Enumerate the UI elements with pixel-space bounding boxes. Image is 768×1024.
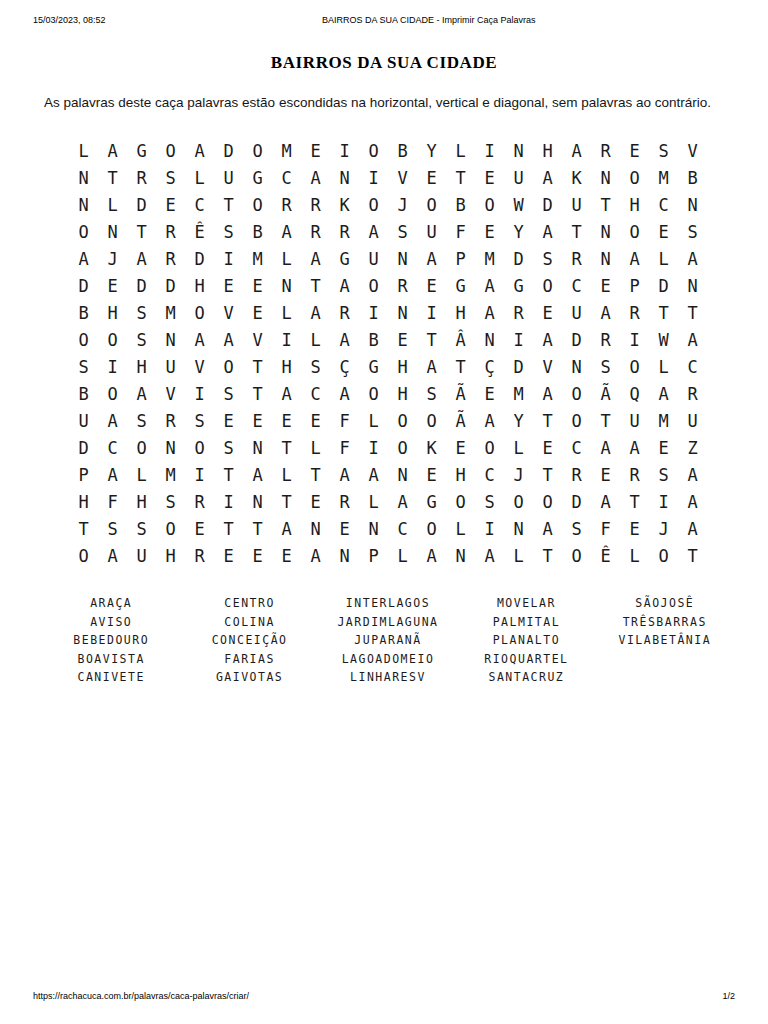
grid-cell: A [649,380,678,407]
grid-cell: O [475,192,504,219]
grid-cell: R [562,246,591,273]
grid-cell: R [562,461,591,488]
grid-cell: O [388,434,417,461]
grid-cell: O [388,407,417,434]
grid-cell: N [243,488,272,515]
grid-cell: F [98,488,127,515]
grid-cell: T [417,327,446,354]
grid-cell: S [156,488,185,515]
grid-cell: D [69,273,98,300]
grid-cell: B [243,219,272,246]
grid-cell: S [649,138,678,165]
grid-cell: O [214,354,243,381]
grid-cell: V [533,354,562,381]
grid-cell: L [127,461,156,488]
grid-cell: C [475,461,504,488]
grid-cell: A [591,300,620,327]
grid-cell: N [388,461,417,488]
grid-cell: L [359,407,388,434]
word-list-column: CENTROCOLINACONCEIÇÃOFARIASGAIVOTAS [180,594,318,687]
grid-cell: E [272,542,301,569]
grid-cell: A [417,542,446,569]
grid-cell: T [446,354,475,381]
letter-grid: LAGOADOMEIOBYLINHARESVNTRSLUGCANIVETEUAK… [69,138,707,569]
grid-cell: Ã [446,380,475,407]
grid-cell: H [446,300,475,327]
grid-cell: T [214,461,243,488]
grid-cell: S [388,219,417,246]
grid-cell: D [533,192,562,219]
grid-cell: E [417,165,446,192]
grid-cell: U [359,246,388,273]
grid-cell: N [446,542,475,569]
word-list-item: COLINA [224,613,275,632]
grid-cell: L [301,434,330,461]
grid-cell: I [98,354,127,381]
grid-cell: J [504,461,533,488]
grid-cell: V [156,380,185,407]
grid-cell: A [475,542,504,569]
grid-cell: A [475,273,504,300]
grid-cell: E [417,273,446,300]
grid-cell: T [678,300,707,327]
grid-cell: A [533,380,562,407]
grid-cell: R [620,461,649,488]
grid-cell: D [504,246,533,273]
grid-cell: E [417,461,446,488]
grid-cell: I [359,300,388,327]
grid-cell: N [69,192,98,219]
grid-cell: T [649,300,678,327]
grid-cell: E [185,515,214,542]
grid-cell: I [475,515,504,542]
grid-cell: L [272,300,301,327]
word-list-item: JARDIMLAGUNA [337,613,438,632]
grid-cell: N [156,434,185,461]
grid-cell: R [678,380,707,407]
grid-cell: H [69,488,98,515]
grid-cell: A [533,219,562,246]
grid-cell: P [620,273,649,300]
grid-cell: E [446,434,475,461]
grid-cell: E [591,273,620,300]
grid-cell: S [156,165,185,192]
grid-cell: L [359,488,388,515]
grid-cell: C [562,434,591,461]
grid-cell: I [185,461,214,488]
grid-cell: N [156,327,185,354]
grid-cell: A [301,165,330,192]
grid-cell: L [446,138,475,165]
grid-cell: U [214,165,243,192]
grid-cell: T [243,515,272,542]
grid-cell: S [127,407,156,434]
grid-cell: Y [504,407,533,434]
grid-cell: L [388,542,417,569]
grid-cell: U [562,300,591,327]
grid-cell: U [562,192,591,219]
grid-cell: S [533,246,562,273]
grid-cell: I [649,488,678,515]
grid-cell: H [127,354,156,381]
grid-cell: R [301,219,330,246]
grid-cell: H [185,273,214,300]
grid-cell: A [533,515,562,542]
grid-cell: A [359,219,388,246]
grid-cell: L [185,165,214,192]
grid-cell: O [69,542,98,569]
grid-cell: O [98,380,127,407]
grid-cell: O [649,542,678,569]
grid-cell: N [243,434,272,461]
grid-cell: O [243,192,272,219]
grid-cell: O [69,327,98,354]
grid-cell: F [330,434,359,461]
grid-cell: O [98,327,127,354]
grid-cell: N [591,165,620,192]
grid-cell: E [214,273,243,300]
grid-cell: L [504,434,533,461]
grid-cell: Z [678,434,707,461]
grid-cell: C [388,515,417,542]
grid-cell: H [446,461,475,488]
grid-cell: E [214,407,243,434]
grid-cell: A [417,246,446,273]
grid-cell: E [156,192,185,219]
grid-cell: B [359,327,388,354]
grid-cell: M [649,407,678,434]
grid-cell: A [98,407,127,434]
grid-cell: R [156,246,185,273]
grid-cell: S [214,434,243,461]
grid-cell: B [678,165,707,192]
grid-cell: I [620,327,649,354]
word-list-item: MOVELAR [497,594,556,613]
grid-cell: U [620,407,649,434]
grid-cell: O [620,165,649,192]
grid-cell: E [301,488,330,515]
grid-cell: E [620,138,649,165]
grid-cell: O [185,300,214,327]
grid-cell: V [678,138,707,165]
word-list-item: RIOQUARTEL [484,650,568,669]
grid-cell: G [330,246,359,273]
grid-cell: N [272,273,301,300]
footer-url: https://rachacuca.com.br/palavras/caca-p… [33,991,249,1001]
grid-cell: R [301,192,330,219]
grid-cell: R [272,192,301,219]
grid-cell: A [475,300,504,327]
grid-cell: T [446,165,475,192]
grid-cell: T [301,461,330,488]
grid-cell: L [272,246,301,273]
grid-cell: D [649,273,678,300]
grid-cell: D [156,273,185,300]
grid-cell: T [533,461,562,488]
grid-cell: A [678,246,707,273]
grid-cell: S [127,515,156,542]
grid-cell: L [301,327,330,354]
grid-cell: L [98,192,127,219]
grid-cell: L [649,246,678,273]
grid-cell: Ç [475,354,504,381]
grid-cell: D [504,354,533,381]
grid-cell: O [359,138,388,165]
word-list-item: ARAÇA [90,594,132,613]
grid-cell: P [359,542,388,569]
grid-cell: O [533,273,562,300]
grid-cell: D [185,246,214,273]
grid-cell: D [562,327,591,354]
grid-cell: O [185,434,214,461]
grid-cell: P [446,246,475,273]
grid-cell: N [504,515,533,542]
grid-cell: R [330,219,359,246]
grid-cell: H [98,300,127,327]
word-list-item: JUPARANÃ [354,631,421,650]
grid-cell: U [127,542,156,569]
grid-cell: A [69,246,98,273]
grid-cell: E [475,165,504,192]
grid-cell: I [214,488,243,515]
grid-cell: N [359,515,388,542]
word-list-item: CENTRO [224,594,275,613]
grid-cell: K [562,165,591,192]
grid-cell: F [446,219,475,246]
grid-cell: S [417,380,446,407]
grid-cell: O [359,192,388,219]
grid-cell: L [272,461,301,488]
word-list-column: INTERLAGOSJARDIMLAGUNAJUPARANÃLAGOADOMEI… [319,594,457,687]
grid-cell: R [185,488,214,515]
grid-cell: L [620,542,649,569]
grid-cell: N [98,219,127,246]
grid-cell: E [330,515,359,542]
grid-cell: A [272,515,301,542]
grid-cell: O [417,407,446,434]
grid-cell: T [591,192,620,219]
grid-cell: A [591,434,620,461]
grid-cell: A [98,542,127,569]
word-list-item: CANIVETE [78,668,145,687]
grid-cell: S [127,327,156,354]
grid-cell: A [127,380,156,407]
grid-cell: C [562,273,591,300]
grid-cell: A [591,488,620,515]
grid-cell: T [214,192,243,219]
grid-cell: F [330,407,359,434]
grid-cell: A [243,461,272,488]
grid-cell: A [359,461,388,488]
grid-cell: T [301,273,330,300]
grid-cell: P [69,461,98,488]
grid-cell: O [620,354,649,381]
grid-cell: A [98,461,127,488]
grid-cell: Y [417,138,446,165]
word-list-item: SÃOJOSÊ [635,594,694,613]
grid-cell: C [649,192,678,219]
grid-cell: E [98,273,127,300]
grid-cell: E [214,542,243,569]
grid-cell: S [678,219,707,246]
grid-cell: N [388,246,417,273]
grid-cell: B [69,300,98,327]
grid-cell: E [243,300,272,327]
grid-cell: G [127,138,156,165]
grid-cell: O [562,380,591,407]
grid-cell: I [330,138,359,165]
grid-cell: O [446,488,475,515]
grid-cell: M [504,380,533,407]
grid-cell: N [69,165,98,192]
word-list-item: PALMITAL [493,613,560,632]
grid-cell: Ç [330,354,359,381]
grid-cell: H [127,488,156,515]
grid-cell: A [301,300,330,327]
grid-cell: N [591,246,620,273]
grid-cell: Y [504,219,533,246]
grid-cell: B [388,138,417,165]
grid-cell: M [243,246,272,273]
word-list: ARAÇAAVISOBEBEDOUROBOAVISTACANIVETECENTR… [42,594,734,687]
grid-cell: I [359,165,388,192]
grid-cell: B [69,380,98,407]
word-list-column: MOVELARPALMITALPLANALTORIOQUARTELSANTACR… [457,594,595,687]
grid-cell: F [591,515,620,542]
grid-cell: A [388,488,417,515]
grid-cell: Ã [446,407,475,434]
grid-cell: I [359,434,388,461]
grid-cell: E [272,407,301,434]
grid-cell: T [69,515,98,542]
grid-cell: R [330,300,359,327]
grid-cell: D [214,138,243,165]
grid-cell: S [591,354,620,381]
grid-cell: M [156,461,185,488]
grid-cell: A [185,138,214,165]
grid-cell: T [272,488,301,515]
grid-cell: E [243,542,272,569]
grid-cell: E [301,138,330,165]
grid-cell: S [475,488,504,515]
grid-cell: T [533,407,562,434]
grid-cell: R [504,300,533,327]
grid-cell: I [417,300,446,327]
grid-cell: T [243,380,272,407]
grid-cell: H [388,380,417,407]
grid-cell: Ê [185,219,214,246]
word-list-item: VILABETÂNIA [618,631,711,650]
grid-cell: H [156,542,185,569]
grid-cell: S [301,354,330,381]
grid-cell: R [620,300,649,327]
grid-cell: O [533,488,562,515]
grid-cell: V [243,327,272,354]
grid-cell: R [185,542,214,569]
grid-cell: O [69,219,98,246]
footer-page-number: 1/2 [722,991,735,1001]
grid-cell: O [156,138,185,165]
grid-cell: Ã [591,380,620,407]
grid-cell: A [678,461,707,488]
grid-cell: I [214,246,243,273]
grid-cell: L [649,354,678,381]
grid-cell: E [533,300,562,327]
puzzle-instructions: As palavras deste caça palavras estão es… [44,86,722,119]
grid-cell: A [533,327,562,354]
grid-cell: G [359,354,388,381]
grid-cell: J [388,192,417,219]
grid-cell: A [330,380,359,407]
grid-cell: A [301,542,330,569]
grid-cell: O [620,219,649,246]
grid-cell: V [388,165,417,192]
grid-cell: A [620,434,649,461]
grid-cell: L [504,542,533,569]
grid-cell: D [69,434,98,461]
grid-cell: E [475,219,504,246]
grid-cell: I [185,380,214,407]
grid-cell: I [504,327,533,354]
print-timestamp: 15/03/2023, 08:52 [33,15,106,25]
word-list-column: ARAÇAAVISOBEBEDOUROBOAVISTACANIVETE [42,594,180,687]
grid-cell: O [475,434,504,461]
grid-cell: G [504,273,533,300]
grid-cell: H [620,192,649,219]
word-list-item: BEBEDOURO [73,631,149,650]
grid-cell: J [649,515,678,542]
grid-cell: G [417,488,446,515]
grid-cell: S [185,407,214,434]
grid-cell: A [330,273,359,300]
grid-cell: K [417,434,446,461]
grid-cell: O [417,515,446,542]
grid-cell: S [127,300,156,327]
grid-cell: E [649,434,678,461]
grid-cell: E [533,434,562,461]
grid-cell: A [272,380,301,407]
grid-cell: A [185,327,214,354]
grid-cell: R [591,138,620,165]
grid-cell: O [359,273,388,300]
grid-cell: N [591,219,620,246]
grid-cell: T [591,407,620,434]
grid-cell: T [214,515,243,542]
grid-cell: C [301,380,330,407]
grid-cell: E [243,273,272,300]
grid-cell: T [127,219,156,246]
grid-cell: A [272,219,301,246]
grid-cell: B [446,192,475,219]
grid-cell: I [475,138,504,165]
grid-cell: N [678,273,707,300]
grid-cell: C [678,354,707,381]
word-list-item: GAIVOTAS [216,668,283,687]
word-list-item: FARIAS [224,650,275,669]
word-list-item: AVISO [90,613,132,632]
grid-cell: R [156,219,185,246]
grid-cell: E [591,461,620,488]
grid-cell: E [649,219,678,246]
grid-cell: Ê [591,542,620,569]
grid-cell: N [301,515,330,542]
grid-cell: T [533,542,562,569]
grid-cell: R [127,165,156,192]
grid-cell: N [330,165,359,192]
grid-cell: S [649,461,678,488]
grid-cell: W [649,327,678,354]
grid-cell: Q [620,380,649,407]
